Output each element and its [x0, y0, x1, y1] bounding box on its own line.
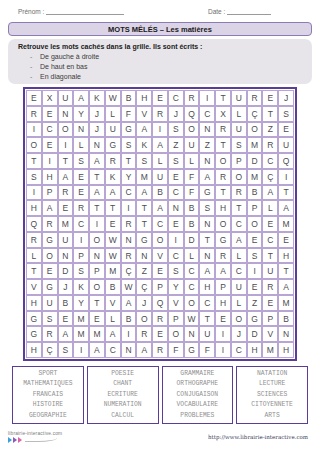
grid-cell: E: [26, 90, 42, 106]
grid-cell: A: [73, 90, 89, 106]
grid-cell: J: [89, 106, 105, 122]
grid-cell: C: [168, 248, 184, 264]
grid-cell: J: [89, 122, 105, 138]
grid-cell: A: [89, 153, 105, 169]
grid-cell: E: [58, 311, 74, 327]
word-list-word: ECRITURE: [108, 390, 138, 400]
grid-cell: R: [42, 216, 58, 232]
letter-grid: EXUAKWBHECRITUREJRENYJLFVRJQCXLÇTSICONJU…: [26, 90, 294, 358]
grid-cell: H: [199, 279, 215, 295]
grid-cell: M: [247, 169, 263, 185]
grid-cell: P: [73, 248, 89, 264]
grid-cell: I: [58, 137, 74, 153]
grid-cell: I: [152, 122, 168, 138]
grid-cell: C: [231, 342, 247, 358]
logo-text: librairie-interactive.com: [8, 431, 62, 436]
grid-cell: C: [168, 90, 184, 106]
word-list-word: FRANCAIS: [33, 390, 63, 400]
grid-cell: E: [278, 122, 294, 138]
grid-cell: I: [247, 263, 263, 279]
grid-cell: E: [58, 200, 74, 216]
grid-cell: B: [121, 90, 137, 106]
grid-cell: N: [136, 248, 152, 264]
grid-cell: I: [26, 122, 42, 138]
grid-cell: R: [215, 122, 231, 138]
grid-cell: T: [199, 232, 215, 248]
grid-cell: L: [105, 106, 121, 122]
word-list-word: GEOGRAPHIE: [29, 411, 67, 421]
grid-cell: R: [105, 153, 121, 169]
grid-cell: I: [42, 153, 58, 169]
grid-cell: G: [105, 137, 121, 153]
grid-cell: E: [168, 216, 184, 232]
grid-cell: Y: [73, 106, 89, 122]
grid-cell: E: [42, 106, 58, 122]
grid-cell: S: [231, 137, 247, 153]
grid-cell: A: [121, 295, 137, 311]
grid-cell: J: [58, 279, 74, 295]
grid-cell: O: [231, 169, 247, 185]
grid-cell: P: [42, 185, 58, 201]
grid-cell: Y: [73, 295, 89, 311]
grid-cell: L: [73, 137, 89, 153]
grid-cell: T: [136, 216, 152, 232]
grid-cell: C: [184, 279, 200, 295]
grid-cell: H: [26, 342, 42, 358]
grid-cell: C: [105, 342, 121, 358]
grid-cell: N: [89, 137, 105, 153]
grid-cell: O: [215, 216, 231, 232]
website-url[interactable]: http://www.librairie-interactive.com: [208, 434, 308, 440]
grid-cell: G: [184, 342, 200, 358]
grid-cell: L: [105, 311, 121, 327]
grid-cell: A: [58, 169, 74, 185]
page-title: MOTS MÊLÉS – Les matières: [108, 25, 212, 34]
grid-cell: H: [247, 342, 263, 358]
grid-cell: I: [73, 232, 89, 248]
grid-cell: C: [262, 153, 278, 169]
grid-cell: E: [105, 216, 121, 232]
grid-cell: U: [152, 169, 168, 185]
instruction-item: -De haut en bas: [30, 62, 302, 72]
prenom-blank-line: [46, 8, 124, 15]
grid-cell: M: [262, 342, 278, 358]
grid-cell: S: [168, 153, 184, 169]
publisher-logo: librairie-interactive.com: [8, 431, 62, 443]
word-list-word: ARTS: [265, 411, 280, 421]
grid-cell: G: [215, 232, 231, 248]
grid-cell: O: [89, 279, 105, 295]
grid-cell: P: [215, 279, 231, 295]
grid-cell: L: [231, 295, 247, 311]
grid-cell: U: [278, 137, 294, 153]
grid-cell: O: [58, 122, 74, 138]
grid-cell: N: [58, 248, 74, 264]
grid-cell: G: [42, 279, 58, 295]
grid-cell: I: [89, 216, 105, 232]
grid-cell: W: [105, 90, 121, 106]
grid-cell: C: [231, 263, 247, 279]
grid-cell: A: [136, 122, 152, 138]
grid-cell: E: [262, 90, 278, 106]
grid-cell: H: [215, 295, 231, 311]
grid-cell: K: [136, 137, 152, 153]
grid-cell: I: [199, 90, 215, 106]
logo-chevrons-icon: [8, 437, 62, 443]
grid-cell: O: [168, 326, 184, 342]
grid-cell: O: [231, 311, 247, 327]
prenom-label: Prénom :: [18, 8, 44, 15]
grid-cell: E: [152, 90, 168, 106]
grid-cell: Z: [168, 137, 184, 153]
title-bar: MOTS MÊLÉS – Les matières: [8, 22, 312, 36]
grid-cell: M: [73, 311, 89, 327]
word-list-word: SCIENCES: [257, 390, 287, 400]
grid-cell: U: [231, 122, 247, 138]
word-list-word: CALCUL: [111, 411, 134, 421]
grid-cell: Ç: [262, 169, 278, 185]
grid-cell: E: [42, 263, 58, 279]
grid-cell: H: [136, 90, 152, 106]
grid-cell: M: [278, 216, 294, 232]
grid-cell: G: [199, 185, 215, 201]
grid-cell: A: [278, 200, 294, 216]
grid-cell: R: [152, 311, 168, 327]
grid-cell: T: [26, 263, 42, 279]
grid-cell: Y: [121, 169, 137, 185]
grid-cell: A: [89, 342, 105, 358]
grid-cell: M: [247, 137, 263, 153]
grid-cell: T: [215, 137, 231, 153]
grid-cell: B: [58, 295, 74, 311]
grid-cell: H: [215, 200, 231, 216]
grid-cell: I: [73, 342, 89, 358]
grid-cell: G: [42, 232, 58, 248]
grid-cell: S: [199, 200, 215, 216]
grid-cell: N: [199, 216, 215, 232]
grid-cell: I: [121, 326, 137, 342]
grid-cell: K: [105, 169, 121, 185]
instruction-text: En diagonale: [40, 72, 81, 82]
grid-cell: T: [278, 185, 294, 201]
grid-cell: J: [231, 326, 247, 342]
grid-cell: C: [199, 106, 215, 122]
grid-cell: L: [184, 248, 200, 264]
grid-cell: F: [184, 169, 200, 185]
grid-cell: S: [247, 248, 263, 264]
grid-cell: N: [58, 106, 74, 122]
grid-cell: D: [184, 232, 200, 248]
grid-cell: J: [168, 106, 184, 122]
grid-cell: V: [262, 326, 278, 342]
grid-cell: W: [184, 311, 200, 327]
grid-cell: R: [152, 106, 168, 122]
grid-cell: A: [152, 137, 168, 153]
grid-cell: F: [121, 106, 137, 122]
instructions-box: Retrouve les mots cachés dans la grille.…: [8, 39, 312, 84]
grid-cell: C: [184, 263, 200, 279]
grid-cell: U: [262, 263, 278, 279]
grid-cell: E: [152, 326, 168, 342]
word-list-box: POESIECHANTECRITURENUMERATIONCALCUL: [87, 366, 159, 424]
grid-cell: H: [26, 200, 42, 216]
grid-cell: A: [231, 232, 247, 248]
grid-cell: E: [278, 232, 294, 248]
grid-cell: I: [26, 185, 42, 201]
grid-cell: R: [231, 185, 247, 201]
grid-cell: A: [89, 185, 105, 201]
grid-cell: Ç: [42, 342, 58, 358]
grid-cell: C: [262, 232, 278, 248]
grid-cell: W: [105, 232, 121, 248]
word-lists: SPORTMATHEMATIQUESFRANCAISHISTOIREGEOGRA…: [12, 366, 308, 424]
worksheet-page: Prénom : Date : MOTS MÊLÉS – Les matière…: [0, 0, 320, 453]
grid-cell: F: [168, 342, 184, 358]
grid-cell: O: [26, 137, 42, 153]
grid-cell: K: [89, 90, 105, 106]
grid-cell: O: [184, 295, 200, 311]
grid-cell: R: [215, 169, 231, 185]
grid-cell: U: [184, 137, 200, 153]
date-field: Date :: [208, 8, 271, 15]
grid-cell: P: [89, 263, 105, 279]
word-list-word: POESIE: [111, 369, 134, 379]
word-list-word: GRAMMAIRE: [180, 369, 214, 379]
grid-cell: H: [42, 169, 58, 185]
instruction-text: De haut en bas: [40, 62, 87, 72]
grid-cell: U: [58, 90, 74, 106]
word-list-word: SPORT: [38, 369, 57, 379]
grid-cell: O: [136, 311, 152, 327]
date-blank-line: [227, 8, 271, 15]
grid-cell: P: [231, 153, 247, 169]
grid-cell: S: [73, 153, 89, 169]
grid-cell: Q: [152, 295, 168, 311]
grid-cell: E: [262, 295, 278, 311]
word-list-word: NATATION: [257, 369, 287, 379]
grid-cell: T: [105, 200, 121, 216]
grid-cell: R: [58, 185, 74, 201]
grid-cell: R: [247, 90, 263, 106]
grid-cell: M: [105, 263, 121, 279]
word-list-word: ORTHOGRAPHE: [177, 379, 219, 389]
word-list-word: CONJUGAISON: [177, 390, 219, 400]
grid-cell: P: [247, 200, 263, 216]
grid-cell: T: [89, 200, 105, 216]
grid-cell: N: [199, 122, 215, 138]
grid-cell: R: [184, 90, 200, 106]
grid-cell: T: [58, 153, 74, 169]
bullet-dash: -: [30, 72, 40, 82]
grid-cell: W: [105, 248, 121, 264]
grid-cell: E: [42, 137, 58, 153]
grid-cell: E: [247, 279, 263, 295]
grid-cell: I: [121, 200, 137, 216]
grid-cell: C: [168, 185, 184, 201]
grid-cell: N: [184, 326, 200, 342]
grid-cell: V: [152, 248, 168, 264]
grid-cell: D: [247, 326, 263, 342]
grid-cell: G: [121, 122, 137, 138]
grid-cell: A: [199, 263, 215, 279]
grid-cell: N: [89, 248, 105, 264]
grid-cell: H: [26, 295, 42, 311]
grid-cell: B: [247, 185, 263, 201]
grid-cell: A: [136, 342, 152, 358]
word-list-word: PROBLEMES: [180, 411, 214, 421]
grid-cell: Z: [247, 295, 263, 311]
grid-cell: Z: [262, 122, 278, 138]
instruction-item: -De gauche à droite: [30, 52, 302, 62]
word-list-word: CHANT: [113, 379, 132, 389]
grid-cell: B: [121, 311, 137, 327]
grid-cell: R: [136, 326, 152, 342]
grid-cell: J: [136, 295, 152, 311]
grid-cell: L: [231, 106, 247, 122]
grid-cell: L: [152, 153, 168, 169]
grid-cell: T: [262, 248, 278, 264]
grid-cell: E: [73, 169, 89, 185]
grid-cell: T: [121, 153, 137, 169]
instruction-text: De gauche à droite: [40, 52, 99, 62]
grid-cell: D: [247, 153, 263, 169]
grid-cell: M: [89, 326, 105, 342]
grid-cell: V: [136, 106, 152, 122]
grid-cell: N: [199, 248, 215, 264]
word-list-box: NATATIONLECTURESCIENCESCITOYENNETEARTS: [236, 366, 308, 424]
grid-cell: D: [58, 263, 74, 279]
grid-cell: Ç: [136, 279, 152, 295]
grid-cell: U: [231, 90, 247, 106]
grid-cell: C: [152, 216, 168, 232]
instructions-intro: Retrouve les mots cachés dans la grille.…: [18, 43, 302, 50]
grid-cell: Z: [199, 137, 215, 153]
grid-cell: T: [231, 200, 247, 216]
grid-cell: B: [105, 279, 121, 295]
grid-cell: N: [73, 122, 89, 138]
word-list-word: VOCABULAIRE: [177, 400, 219, 410]
instructions-list: -De gauche à droite-De haut en bas-En di…: [18, 52, 302, 81]
grid-cell: M: [73, 326, 89, 342]
grid-cell: R: [42, 326, 58, 342]
grid-cell: Z: [136, 263, 152, 279]
grid-cell: Ç: [121, 263, 137, 279]
chevron-icon: [13, 437, 17, 443]
grid-cell: S: [26, 169, 42, 185]
grid-cell: A: [262, 185, 278, 201]
grid-cell: M: [278, 295, 294, 311]
grid-cell: N: [168, 200, 184, 216]
grid-cell: X: [215, 106, 231, 122]
grid-cell: B: [152, 185, 168, 201]
grid-cell: L: [184, 153, 200, 169]
grid-cell: T: [26, 153, 42, 169]
grid-cell: L: [26, 248, 42, 264]
grid-cell: G: [26, 311, 42, 327]
grid-cell: O: [184, 122, 200, 138]
grid-cell: V: [26, 279, 42, 295]
grid-cell: A: [105, 326, 121, 342]
instruction-item: -En diagonale: [30, 72, 302, 82]
grid-cell: S: [73, 263, 89, 279]
word-list-word: HISTOIRE: [33, 400, 63, 410]
grid-cell: A: [215, 263, 231, 279]
grid-cell: Q: [184, 106, 200, 122]
grid-cell: N: [121, 342, 137, 358]
grid-cell: I: [215, 342, 231, 358]
grid-cell: V: [105, 295, 121, 311]
grid-cell: A: [105, 185, 121, 201]
grid-cell: K: [73, 279, 89, 295]
grid-cell: I: [168, 232, 184, 248]
grid-cell: U: [58, 232, 74, 248]
word-list-word: NUMERATION: [104, 400, 142, 410]
grid-cell: R: [73, 200, 89, 216]
grid-cell: C: [42, 122, 58, 138]
grid-cell: T: [278, 263, 294, 279]
grid-cell: P: [262, 311, 278, 327]
grid-cell: R: [26, 232, 42, 248]
grid-cell: U: [199, 326, 215, 342]
grid-cell: R: [26, 106, 42, 122]
grid-cell: N: [199, 153, 215, 169]
grid-cell: R: [121, 216, 137, 232]
grid-cell: A: [278, 279, 294, 295]
grid-cell: F: [199, 342, 215, 358]
word-list-word: LECTURE: [259, 379, 285, 389]
word-search-grid: EXUAKWBHECRITUREJRENYJLFVRJQCXLÇTSICONJU…: [23, 87, 297, 361]
grid-cell: E: [247, 232, 263, 248]
name-date-line: Prénom : Date :: [18, 8, 308, 20]
word-list-box: GRAMMAIREORTHOGRAPHECONJUGAISONVOCABULAI…: [162, 366, 234, 424]
grid-cell: C: [121, 185, 137, 201]
grid-cell: C: [199, 295, 215, 311]
grid-cell: E: [262, 216, 278, 232]
grid-cell: Y: [168, 279, 184, 295]
grid-cell: R: [262, 279, 278, 295]
chevron-icon: [18, 437, 22, 443]
grid-cell: L: [262, 200, 278, 216]
grid-cell: O: [247, 122, 263, 138]
grid-cell: R: [152, 342, 168, 358]
grid-cell: G: [26, 326, 42, 342]
prenom-field: Prénom :: [18, 8, 124, 15]
chevron-icon: [8, 437, 12, 443]
grid-cell: N: [121, 232, 137, 248]
grid-cell: H: [278, 342, 294, 358]
grid-cell: J: [278, 90, 294, 106]
grid-cell: E: [152, 263, 168, 279]
grid-cell: F: [184, 185, 200, 201]
grid-cell: G: [136, 232, 152, 248]
word-list-word: MATHEMATIQUES: [23, 379, 72, 389]
grid-cell: C: [73, 216, 89, 232]
grid-cell: I: [215, 326, 231, 342]
logo-underline: [25, 438, 57, 442]
grid-cell: M: [58, 216, 74, 232]
grid-cell: T: [89, 295, 105, 311]
grid-cell: Q: [278, 153, 294, 169]
grid-cell: Q: [26, 216, 42, 232]
grid-cell: S: [278, 106, 294, 122]
grid-cell: R: [121, 248, 137, 264]
grid-cell: B: [184, 216, 200, 232]
grid-cell: O: [215, 153, 231, 169]
word-list-word: CITOYENNETE: [251, 400, 293, 410]
grid-cell: O: [42, 248, 58, 264]
grid-cell: I: [278, 169, 294, 185]
bullet-dash: -: [30, 52, 40, 62]
